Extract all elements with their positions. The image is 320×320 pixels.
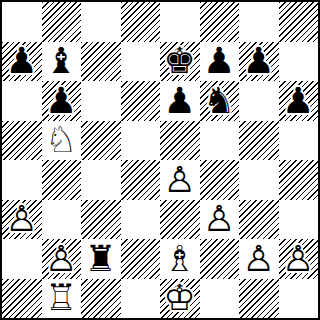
square-h8[interactable]: [279, 2, 319, 42]
black-rook-icon: ♜♜: [81, 239, 121, 279]
square-g6[interactable]: [239, 81, 279, 121]
square-h4[interactable]: [279, 160, 319, 200]
square-a7[interactable]: ♟♟: [2, 42, 42, 82]
square-f1[interactable]: [200, 279, 240, 319]
white-pawn-icon: ♟♙: [200, 200, 240, 240]
square-b7[interactable]: ♝♝: [42, 42, 82, 82]
square-c4[interactable]: [81, 160, 121, 200]
square-f4[interactable]: [200, 160, 240, 200]
square-d8[interactable]: [121, 2, 161, 42]
square-g7[interactable]: ♟♟: [239, 42, 279, 82]
white-king-icon: ♚♔: [160, 279, 200, 319]
square-c1[interactable]: [81, 279, 121, 319]
white-bishop-icon: ♝♗: [160, 239, 200, 279]
square-f2[interactable]: [200, 239, 240, 279]
square-c6[interactable]: [81, 81, 121, 121]
square-f7[interactable]: ♟♟: [200, 42, 240, 82]
square-d6[interactable]: [121, 81, 161, 121]
square-e4[interactable]: ♟♙: [160, 160, 200, 200]
square-f6[interactable]: ♞♞: [200, 81, 240, 121]
square-b6[interactable]: ♟♟: [42, 81, 82, 121]
black-knight-icon: ♞♞: [200, 81, 240, 121]
square-a4[interactable]: [2, 160, 42, 200]
square-a3[interactable]: ♟♙: [2, 200, 42, 240]
black-king-icon: ♚♚: [160, 42, 200, 82]
square-d7[interactable]: [121, 42, 161, 82]
square-a6[interactable]: [2, 81, 42, 121]
square-e2[interactable]: ♝♗: [160, 239, 200, 279]
square-c2[interactable]: ♜♜: [81, 239, 121, 279]
black-pawn-icon: ♟♟: [2, 42, 42, 82]
square-a2[interactable]: [2, 239, 42, 279]
chess-board: ♟♟♝♝♚♚♟♟♟♟♟♟♟♟♞♞♟♟♞♘♟♙♟♙♟♙♟♙♜♜♝♗♟♙♟♙♜♖♚♔: [0, 0, 320, 320]
white-knight-icon: ♞♘: [42, 121, 82, 161]
white-pawn-icon: ♟♙: [279, 239, 319, 279]
square-g1[interactable]: [239, 279, 279, 319]
square-h2[interactable]: ♟♙: [279, 239, 319, 279]
square-e8[interactable]: [160, 2, 200, 42]
square-f5[interactable]: [200, 121, 240, 161]
square-b3[interactable]: [42, 200, 82, 240]
square-g3[interactable]: [239, 200, 279, 240]
square-e7[interactable]: ♚♚: [160, 42, 200, 82]
square-f8[interactable]: [200, 2, 240, 42]
square-b5[interactable]: ♞♘: [42, 121, 82, 161]
square-e6[interactable]: ♟♟: [160, 81, 200, 121]
square-e3[interactable]: [160, 200, 200, 240]
square-g4[interactable]: [239, 160, 279, 200]
white-pawn-icon: ♟♙: [239, 239, 279, 279]
square-e5[interactable]: [160, 121, 200, 161]
square-b1[interactable]: ♜♖: [42, 279, 82, 319]
square-d2[interactable]: [121, 239, 161, 279]
black-pawn-icon: ♟♟: [160, 81, 200, 121]
square-d4[interactable]: [121, 160, 161, 200]
square-c3[interactable]: [81, 200, 121, 240]
white-pawn-icon: ♟♙: [160, 160, 200, 200]
black-pawn-icon: ♟♟: [42, 81, 82, 121]
square-d5[interactable]: [121, 121, 161, 161]
black-pawn-icon: ♟♟: [279, 81, 319, 121]
square-b4[interactable]: [42, 160, 82, 200]
square-a8[interactable]: [2, 2, 42, 42]
square-d3[interactable]: [121, 200, 161, 240]
square-h6[interactable]: ♟♟: [279, 81, 319, 121]
black-bishop-icon: ♝♝: [42, 42, 82, 82]
square-a1[interactable]: [2, 279, 42, 319]
square-e1[interactable]: ♚♔: [160, 279, 200, 319]
white-pawn-icon: ♟♙: [42, 239, 82, 279]
white-rook-icon: ♜♖: [42, 279, 82, 319]
black-pawn-icon: ♟♟: [200, 42, 240, 82]
square-c5[interactable]: [81, 121, 121, 161]
square-g2[interactable]: ♟♙: [239, 239, 279, 279]
square-c8[interactable]: [81, 2, 121, 42]
square-f3[interactable]: ♟♙: [200, 200, 240, 240]
white-pawn-icon: ♟♙: [2, 200, 42, 240]
square-h7[interactable]: [279, 42, 319, 82]
square-b8[interactable]: [42, 2, 82, 42]
square-h5[interactable]: [279, 121, 319, 161]
square-a5[interactable]: [2, 121, 42, 161]
square-g8[interactable]: [239, 2, 279, 42]
square-d1[interactable]: [121, 279, 161, 319]
square-h3[interactable]: [279, 200, 319, 240]
black-pawn-icon: ♟♟: [239, 42, 279, 82]
square-h1[interactable]: [279, 279, 319, 319]
square-c7[interactable]: [81, 42, 121, 82]
square-b2[interactable]: ♟♙: [42, 239, 82, 279]
square-g5[interactable]: [239, 121, 279, 161]
